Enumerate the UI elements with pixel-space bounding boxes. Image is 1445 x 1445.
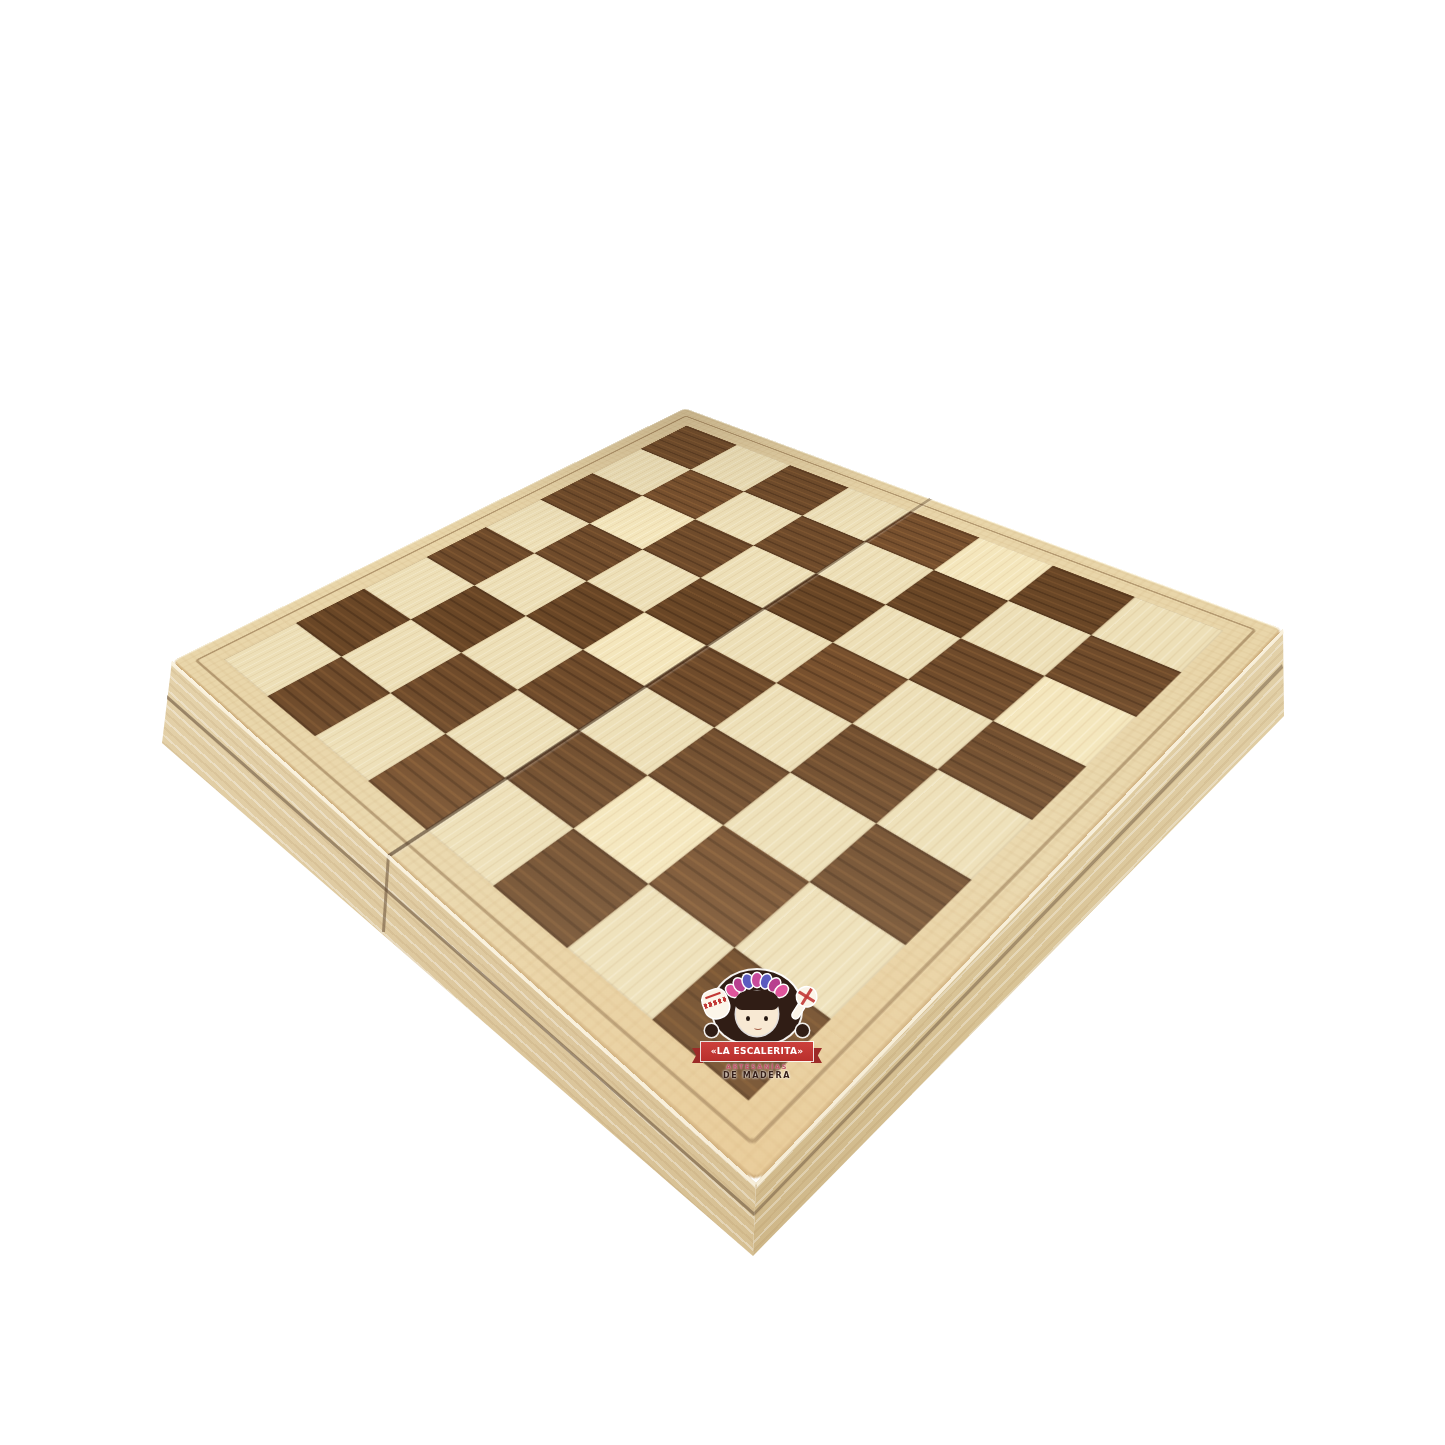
brand-line2-text: ARTESANÍAS — [698, 1063, 816, 1071]
logo-eye-right — [764, 1016, 768, 1021]
logo-eye-left — [746, 1016, 750, 1021]
logo-hair-curl-left — [705, 1024, 718, 1037]
logo-hair-curl-right — [796, 1024, 809, 1037]
brand-watermark: «LA ESCALERITA» ARTESANÍAS DE MADERA — [698, 962, 816, 1088]
product-photo-stage: «LA ESCALERITA» ARTESANÍAS DE MADERA — [0, 0, 1445, 1445]
brand-name-text: «LA ESCALERITA» — [701, 1042, 813, 1061]
logo-ribbon-banner: «LA ESCALERITA» — [701, 1042, 813, 1061]
logo-mouth — [753, 1023, 763, 1030]
logo-girl-face — [736, 992, 778, 1036]
brand-line3-text: DE MADERA — [698, 1071, 816, 1080]
